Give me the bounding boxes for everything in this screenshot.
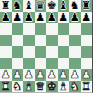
square-f8[interactable]: ♝: [58, 0, 70, 12]
square-g3[interactable]: [69, 58, 81, 70]
square-c1[interactable]: ♝: [23, 81, 35, 93]
square-f2[interactable]: ♟: [58, 69, 70, 81]
square-a2[interactable]: ♟: [0, 69, 12, 81]
square-e1[interactable]: ♚: [46, 81, 58, 93]
white-pawn-piece[interactable]: ♟: [1, 69, 11, 80]
square-f4[interactable]: [58, 46, 70, 58]
square-d4[interactable]: [35, 46, 47, 58]
white-pawn-piece[interactable]: ♟: [70, 69, 80, 80]
white-pawn-piece[interactable]: ♟: [35, 69, 45, 80]
square-b7[interactable]: ♟: [12, 12, 24, 24]
white-pawn-piece[interactable]: ♟: [12, 69, 22, 80]
chess-board-window: ♜♞♝♛♚♝♞♜♟♟♟♟♟♟♟♟♟♟♟♟♟♟♟♟♜♞♝♛♚♝♞♜: [0, 0, 93, 93]
square-g2[interactable]: ♟: [69, 69, 81, 81]
square-d1[interactable]: ♛: [35, 81, 47, 93]
white-queen-piece[interactable]: ♛: [35, 81, 45, 92]
square-g6[interactable]: [69, 23, 81, 35]
square-f1[interactable]: ♝: [58, 81, 70, 93]
black-rook-piece[interactable]: ♜: [81, 0, 91, 11]
square-e7[interactable]: ♟: [46, 12, 58, 24]
square-b6[interactable]: [12, 23, 24, 35]
square-g8[interactable]: ♞: [69, 0, 81, 12]
black-knight-piece[interactable]: ♞: [70, 0, 80, 11]
square-h3[interactable]: [81, 58, 93, 70]
square-d7[interactable]: ♟: [35, 12, 47, 24]
square-e4[interactable]: [46, 46, 58, 58]
square-b4[interactable]: [12, 46, 24, 58]
black-rook-piece[interactable]: ♜: [1, 0, 11, 11]
square-c5[interactable]: [23, 35, 35, 47]
white-pawn-piece[interactable]: ♟: [81, 69, 91, 80]
black-pawn-piece[interactable]: ♟: [1, 12, 11, 23]
white-king-piece[interactable]: ♚: [47, 81, 57, 92]
black-king-piece[interactable]: ♚: [47, 0, 57, 11]
square-b1[interactable]: ♞: [12, 81, 24, 93]
black-pawn-piece[interactable]: ♟: [35, 12, 45, 23]
black-bishop-piece[interactable]: ♝: [58, 0, 68, 11]
square-h6[interactable]: [81, 23, 93, 35]
square-h1[interactable]: ♜: [81, 81, 93, 93]
square-c7[interactable]: ♟: [23, 12, 35, 24]
square-e8[interactable]: ♚: [46, 0, 58, 12]
square-d6[interactable]: [35, 23, 47, 35]
white-pawn-piece[interactable]: ♟: [47, 69, 57, 80]
white-knight-piece[interactable]: ♞: [12, 81, 22, 92]
white-bishop-piece[interactable]: ♝: [58, 81, 68, 92]
square-a6[interactable]: [0, 23, 12, 35]
square-e6[interactable]: [46, 23, 58, 35]
square-a7[interactable]: ♟: [0, 12, 12, 24]
square-a5[interactable]: [0, 35, 12, 47]
square-g1[interactable]: ♞: [69, 81, 81, 93]
square-g5[interactable]: [69, 35, 81, 47]
square-d8[interactable]: ♛: [35, 0, 47, 12]
square-c2[interactable]: ♟: [23, 69, 35, 81]
white-rook-piece[interactable]: ♜: [81, 81, 91, 92]
white-pawn-piece[interactable]: ♟: [58, 69, 68, 80]
black-pawn-piece[interactable]: ♟: [24, 12, 34, 23]
square-a8[interactable]: ♜: [0, 0, 12, 12]
square-f6[interactable]: [58, 23, 70, 35]
white-bishop-piece[interactable]: ♝: [24, 81, 34, 92]
square-h8[interactable]: ♜: [81, 0, 93, 12]
square-c8[interactable]: ♝: [23, 0, 35, 12]
white-pawn-piece[interactable]: ♟: [24, 69, 34, 80]
square-c4[interactable]: [23, 46, 35, 58]
chess-board: ♜♞♝♛♚♝♞♜♟♟♟♟♟♟♟♟♟♟♟♟♟♟♟♟♜♞♝♛♚♝♞♜: [0, 0, 92, 92]
square-b5[interactable]: [12, 35, 24, 47]
black-knight-piece[interactable]: ♞: [12, 0, 22, 11]
white-rook-piece[interactable]: ♜: [1, 81, 11, 92]
black-pawn-piece[interactable]: ♟: [47, 12, 57, 23]
square-g4[interactable]: [69, 46, 81, 58]
square-a4[interactable]: [0, 46, 12, 58]
square-f7[interactable]: ♟: [58, 12, 70, 24]
square-d3[interactable]: [35, 58, 47, 70]
black-queen-piece[interactable]: ♛: [35, 0, 45, 11]
square-f5[interactable]: [58, 35, 70, 47]
square-a1[interactable]: ♜: [0, 81, 12, 93]
black-pawn-piece[interactable]: ♟: [12, 12, 22, 23]
square-d2[interactable]: ♟: [35, 69, 47, 81]
square-b8[interactable]: ♞: [12, 0, 24, 12]
square-e5[interactable]: [46, 35, 58, 47]
square-c6[interactable]: [23, 23, 35, 35]
square-h4[interactable]: [81, 46, 93, 58]
square-b2[interactable]: ♟: [12, 69, 24, 81]
square-h7[interactable]: ♟: [81, 12, 93, 24]
square-e3[interactable]: [46, 58, 58, 70]
square-a3[interactable]: [0, 58, 12, 70]
square-b3[interactable]: [12, 58, 24, 70]
white-knight-piece[interactable]: ♞: [70, 81, 80, 92]
black-pawn-piece[interactable]: ♟: [70, 12, 80, 23]
square-e2[interactable]: ♟: [46, 69, 58, 81]
black-bishop-piece[interactable]: ♝: [24, 0, 34, 11]
black-pawn-piece[interactable]: ♟: [58, 12, 68, 23]
square-c3[interactable]: [23, 58, 35, 70]
square-f3[interactable]: [58, 58, 70, 70]
black-pawn-piece[interactable]: ♟: [81, 12, 91, 23]
square-g7[interactable]: ♟: [69, 12, 81, 24]
square-d5[interactable]: [35, 35, 47, 47]
square-h5[interactable]: [81, 35, 93, 47]
square-h2[interactable]: ♟: [81, 69, 93, 81]
